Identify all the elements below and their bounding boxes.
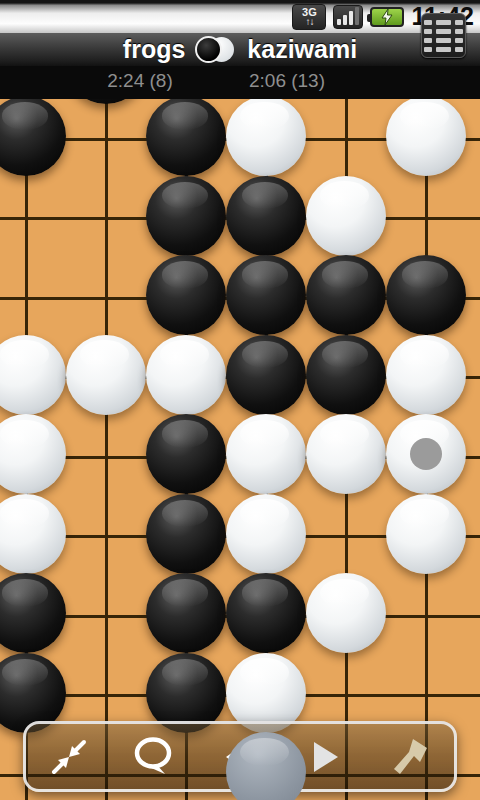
go-board[interactable] <box>0 99 480 800</box>
white-stone <box>386 414 466 494</box>
player-white-name: kaziwami <box>247 35 357 64</box>
white-stone <box>0 494 66 574</box>
game-list-button[interactable] <box>421 13 466 58</box>
black-stone <box>146 494 226 574</box>
status-bar: 3G ↑↓ 11:42 <box>0 0 480 33</box>
hammer-icon <box>388 735 434 779</box>
white-stone <box>226 99 306 176</box>
white-stone <box>66 335 146 415</box>
black-stone <box>226 176 306 256</box>
black-stone <box>146 176 226 256</box>
grid-line <box>105 99 108 800</box>
clock-bar: 2:24 (8) 2:06 (13) <box>0 66 480 99</box>
chat-bubble-icon <box>131 736 177 778</box>
white-stone <box>306 573 386 653</box>
black-stone <box>226 335 306 415</box>
app-screen: { "game": "go", "status_bar": { "time": … <box>0 0 480 800</box>
black-stone <box>386 255 466 335</box>
black-stone <box>226 573 306 653</box>
black-stone <box>226 255 306 335</box>
black-stone <box>146 255 226 335</box>
black-stone <box>306 335 386 415</box>
3g-data-icon: 3G ↑↓ <box>292 4 326 30</box>
black-stone <box>0 573 66 653</box>
white-stone <box>306 414 386 494</box>
white-stone <box>226 494 306 574</box>
collapse-board-button[interactable] <box>26 724 112 789</box>
actions-button[interactable] <box>368 724 454 789</box>
black-stone <box>146 573 226 653</box>
shrink-arrows-icon <box>49 737 89 777</box>
black-stone <box>306 255 386 335</box>
title-bar: frogs kaziwami <box>0 33 480 66</box>
black-stone <box>0 99 66 176</box>
white-stone <box>386 335 466 415</box>
turn-indicator-icon <box>195 35 237 65</box>
lightning-bolt-icon <box>380 9 394 25</box>
white-stone <box>386 494 466 574</box>
white-stone <box>306 176 386 256</box>
signal-strength-icon <box>333 5 363 29</box>
white-stone <box>226 414 306 494</box>
black-clock: 2:24 (8) <box>75 70 205 92</box>
3g-arrows: ↑↓ <box>305 17 313 26</box>
right-triangle-icon <box>310 738 342 776</box>
white-stone <box>0 414 66 494</box>
white-clock: 2:06 (13) <box>222 70 352 92</box>
black-stone <box>66 99 146 104</box>
black-stone <box>146 99 226 176</box>
player-black-name: frogs <box>123 35 186 64</box>
battery-charging-icon <box>370 7 404 27</box>
white-stone <box>386 99 466 176</box>
last-move-marker <box>410 438 442 470</box>
white-stone <box>146 335 226 415</box>
black-stone <box>146 414 226 494</box>
white-stone <box>0 335 66 415</box>
comments-button[interactable] <box>112 724 198 789</box>
